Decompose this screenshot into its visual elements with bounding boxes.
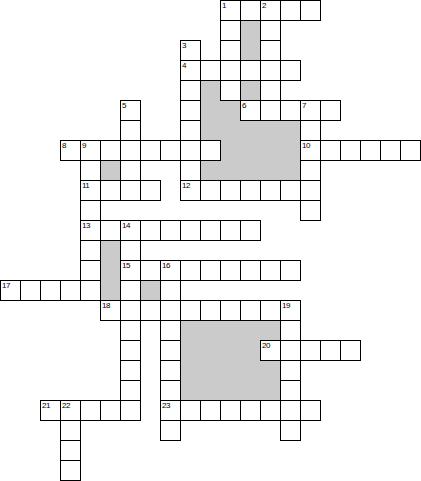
- cell-r11-c11[interactable]: [220, 220, 241, 241]
- cell-r5-c13[interactable]: [260, 100, 281, 121]
- cell-r14-c8[interactable]: [160, 280, 181, 301]
- blocked-cell-r8-c10: [200, 160, 221, 181]
- blocked-cell-r6-c13: [260, 120, 281, 141]
- cell-r13-c11[interactable]: [220, 260, 241, 281]
- cell-r7-c10[interactable]: [200, 140, 221, 161]
- cell-r13-c13[interactable]: [260, 260, 281, 281]
- clue-number-1: 1: [222, 1, 226, 10]
- cell-r14-c3[interactable]: [60, 280, 81, 301]
- cell-r13-c14[interactable]: [280, 260, 301, 281]
- cell-r9-c6[interactable]: [120, 180, 141, 201]
- cell-r3-c14[interactable]: [280, 60, 301, 81]
- cell-r0-c12[interactable]: [240, 0, 261, 21]
- cell-r18-c8[interactable]: [160, 360, 181, 381]
- cell-r13-c12[interactable]: [240, 260, 261, 281]
- blocked-cell-r19-c9: [180, 380, 201, 401]
- blocked-cell-r19-c11: [220, 380, 241, 401]
- cell-r3-c11[interactable]: [220, 60, 241, 81]
- cell-r4-c11[interactable]: [220, 80, 241, 101]
- clue-number-5: 5: [122, 101, 126, 110]
- blocked-cell-r18-c9: [180, 360, 201, 381]
- blocked-cell-r2-c12: [240, 40, 261, 61]
- cell-r9-c14[interactable]: [280, 180, 301, 201]
- clue-number-8: 8: [62, 141, 66, 150]
- cell-r15-c6[interactable]: [120, 300, 141, 321]
- cell-r18-c6[interactable]: [120, 360, 141, 381]
- clue-number-23: 23: [162, 401, 170, 410]
- clue-number-20: 20: [262, 341, 270, 350]
- cell-r7-c17[interactable]: [340, 140, 361, 161]
- cell-r13-c6[interactable]: 15: [120, 260, 141, 281]
- cell-r0-c14[interactable]: [280, 0, 301, 21]
- clue-number-22: 22: [62, 401, 70, 410]
- cell-r13-c7[interactable]: [140, 260, 161, 281]
- cell-r21-c8[interactable]: [160, 420, 181, 441]
- cell-r17-c14[interactable]: [280, 340, 301, 361]
- clue-number-13: 13: [82, 221, 90, 230]
- cell-r9-c9[interactable]: 12: [180, 180, 201, 201]
- blocked-cell-r7-c11: [220, 140, 241, 161]
- cell-r2-c13[interactable]: [260, 40, 281, 61]
- cell-r11-c10[interactable]: [200, 220, 221, 241]
- cell-r5-c14[interactable]: [280, 100, 301, 121]
- blocked-cell-r4-c10: [200, 80, 221, 101]
- cell-r9-c5[interactable]: [100, 180, 121, 201]
- cell-r7-c6[interactable]: [120, 140, 141, 161]
- cell-r20-c10[interactable]: [200, 400, 221, 421]
- cell-r3-c13[interactable]: [260, 60, 281, 81]
- blocked-cell-r17-c9: [180, 340, 201, 361]
- clue-number-4: 4: [182, 61, 186, 70]
- blocked-cell-r6-c10: [200, 120, 221, 141]
- cell-r9-c7[interactable]: [140, 180, 161, 201]
- cell-r15-c9[interactable]: [180, 300, 201, 321]
- cell-r8-c4[interactable]: [80, 160, 101, 181]
- cell-r15-c8[interactable]: [160, 300, 181, 321]
- clue-number-21: 21: [42, 401, 50, 410]
- cell-r1-c11[interactable]: [220, 20, 241, 41]
- blocked-cell-r4-c12: [240, 80, 261, 101]
- cell-r7-c15[interactable]: 10: [300, 140, 321, 161]
- blocked-cell-r14-c5: [100, 280, 121, 301]
- cell-r11-c12[interactable]: [240, 220, 261, 241]
- blocked-cell-r5-c10: [200, 100, 221, 121]
- cell-r17-c13[interactable]: 20: [260, 340, 281, 361]
- blocked-cell-r1-c12: [240, 20, 261, 41]
- blocked-cell-r12-c5: [100, 240, 121, 261]
- blocked-cell-r19-c12: [240, 380, 261, 401]
- cell-r5-c16[interactable]: [320, 100, 341, 121]
- blocked-cell-r7-c13: [260, 140, 281, 161]
- cell-r7-c20[interactable]: [400, 140, 421, 161]
- blocked-cell-r17-c12: [240, 340, 261, 361]
- cell-r11-c6[interactable]: 14: [120, 220, 141, 241]
- blocked-cell-r17-c11: [220, 340, 241, 361]
- blocked-cell-r18-c13: [260, 360, 281, 381]
- clue-number-12: 12: [182, 181, 190, 190]
- cell-r9-c12[interactable]: [240, 180, 261, 201]
- cell-r19-c8[interactable]: [160, 380, 181, 401]
- cell-r20-c6[interactable]: [120, 400, 141, 421]
- cell-r16-c6[interactable]: [120, 320, 141, 341]
- clue-number-17: 17: [2, 281, 10, 290]
- cell-r2-c11[interactable]: [220, 40, 241, 61]
- clue-number-14: 14: [122, 221, 130, 230]
- cell-r20-c11[interactable]: [220, 400, 241, 421]
- cell-r16-c8[interactable]: [160, 320, 181, 341]
- cell-r8-c15[interactable]: [300, 160, 321, 181]
- cell-r5-c6[interactable]: 5: [120, 100, 141, 121]
- cell-r19-c6[interactable]: [120, 380, 141, 401]
- cell-r10-c15[interactable]: [300, 200, 321, 221]
- cell-r3-c9[interactable]: 4: [180, 60, 201, 81]
- cell-r18-c14[interactable]: [280, 360, 301, 381]
- blocked-cell-r8-c14: [280, 160, 301, 181]
- cell-r17-c17[interactable]: [340, 340, 361, 361]
- clue-number-9: 9: [82, 141, 86, 150]
- cell-r15-c14[interactable]: 19: [280, 300, 301, 321]
- blocked-cell-r6-c12: [240, 120, 261, 141]
- cell-r5-c12[interactable]: 6: [240, 100, 261, 121]
- cell-r11-c5[interactable]: [100, 220, 121, 241]
- cell-r8-c9[interactable]: [180, 160, 201, 181]
- cell-r20-c8[interactable]: 23: [160, 400, 181, 421]
- cell-r14-c1[interactable]: [20, 280, 41, 301]
- cell-r9-c4[interactable]: 11: [80, 180, 101, 201]
- cell-r14-c2[interactable]: [40, 280, 61, 301]
- crossword-grid: 1234567891011121314151617181920212223: [0, 0, 421, 481]
- cell-r17-c6[interactable]: [120, 340, 141, 361]
- blocked-cell-r8-c11: [220, 160, 241, 181]
- cell-r12-c4[interactable]: [80, 240, 101, 261]
- blocked-cell-r19-c10: [200, 380, 221, 401]
- cell-r7-c4[interactable]: 9: [80, 140, 101, 161]
- blocked-cell-r7-c14: [280, 140, 301, 161]
- cell-r7-c3[interactable]: 8: [60, 140, 81, 161]
- cell-r20-c5[interactable]: [100, 400, 121, 421]
- blocked-cell-r8-c13: [260, 160, 281, 181]
- blocked-cell-r16-c9: [180, 320, 201, 341]
- clue-number-15: 15: [122, 261, 130, 270]
- cell-r20-c3[interactable]: 22: [60, 400, 81, 421]
- cell-r13-c4[interactable]: [80, 260, 101, 281]
- cell-r7-c16[interactable]: [320, 140, 341, 161]
- cell-r8-c6[interactable]: [120, 160, 141, 181]
- cell-r7-c19[interactable]: [380, 140, 401, 161]
- blocked-cell-r16-c13: [260, 320, 281, 341]
- cell-r5-c15[interactable]: 7: [300, 100, 321, 121]
- cell-r14-c4[interactable]: [80, 280, 101, 301]
- clue-number-3: 3: [182, 41, 186, 50]
- cell-r9-c15[interactable]: [300, 180, 321, 201]
- cell-r7-c7[interactable]: [140, 140, 161, 161]
- cell-r21-c14[interactable]: [280, 420, 301, 441]
- cell-r7-c9[interactable]: [180, 140, 201, 161]
- blocked-cell-r5-c11: [220, 100, 241, 121]
- cell-r20-c14[interactable]: [280, 400, 301, 421]
- blocked-cell-r16-c12: [240, 320, 261, 341]
- cell-r15-c11[interactable]: [220, 300, 241, 321]
- cell-r4-c9[interactable]: [180, 80, 201, 101]
- cell-r17-c16[interactable]: [320, 340, 341, 361]
- cell-r11-c8[interactable]: [160, 220, 181, 241]
- cell-r15-c7[interactable]: [140, 300, 161, 321]
- cell-r20-c4[interactable]: [80, 400, 101, 421]
- blocked-cell-r13-c5: [100, 260, 121, 281]
- cell-r9-c11[interactable]: [220, 180, 241, 201]
- cell-r2-c9[interactable]: 3: [180, 40, 201, 61]
- cell-r13-c10[interactable]: [200, 260, 221, 281]
- cell-r11-c9[interactable]: [180, 220, 201, 241]
- blocked-cell-r14-c7: [140, 280, 161, 301]
- clue-number-11: 11: [82, 181, 89, 190]
- clue-number-19: 19: [282, 301, 290, 310]
- cell-r11-c7[interactable]: [140, 220, 161, 241]
- cell-r22-c3[interactable]: [60, 440, 81, 461]
- cell-r7-c8[interactable]: [160, 140, 181, 161]
- cell-r9-c13[interactable]: [260, 180, 281, 201]
- cell-r5-c9[interactable]: [180, 100, 201, 121]
- clue-number-18: 18: [102, 301, 110, 310]
- cell-r11-c4[interactable]: 13: [80, 220, 101, 241]
- cell-r13-c9[interactable]: [180, 260, 201, 281]
- blocked-cell-r19-c13: [260, 380, 281, 401]
- cell-r9-c10[interactable]: [200, 180, 221, 201]
- clue-number-6: 6: [242, 101, 246, 110]
- cell-r7-c18[interactable]: [360, 140, 381, 161]
- cell-r21-c3[interactable]: [60, 420, 81, 441]
- cell-r19-c14[interactable]: [280, 380, 301, 401]
- cell-r3-c10[interactable]: [200, 60, 221, 81]
- cell-r17-c8[interactable]: [160, 340, 181, 361]
- cell-r6-c6[interactable]: [120, 120, 141, 141]
- cell-r0-c15[interactable]: [300, 0, 321, 21]
- cell-r20-c13[interactable]: [260, 400, 281, 421]
- cell-r15-c12[interactable]: [240, 300, 261, 321]
- cell-r0-c11[interactable]: 1: [220, 0, 241, 21]
- cell-r20-c2[interactable]: 21: [40, 400, 61, 421]
- blocked-cell-r18-c12: [240, 360, 261, 381]
- blocked-cell-r6-c14: [280, 120, 301, 141]
- cell-r20-c12[interactable]: [240, 400, 261, 421]
- cell-r15-c10[interactable]: [200, 300, 221, 321]
- blocked-cell-r8-c5: [100, 160, 121, 181]
- clue-number-2: 2: [262, 1, 266, 10]
- cell-r0-c13[interactable]: 2: [260, 0, 281, 21]
- blocked-cell-r17-c10: [200, 340, 221, 361]
- cell-r17-c15[interactable]: [300, 340, 321, 361]
- blocked-cell-r6-c11: [220, 120, 241, 141]
- cell-r14-c0[interactable]: 17: [0, 280, 21, 301]
- cell-r13-c8[interactable]: 16: [160, 260, 181, 281]
- cell-r6-c15[interactable]: [300, 120, 321, 141]
- cell-r3-c12[interactable]: [240, 60, 261, 81]
- cell-r16-c14[interactable]: [280, 320, 301, 341]
- cell-r6-c9[interactable]: [180, 120, 201, 141]
- cell-r20-c9[interactable]: [180, 400, 201, 421]
- cell-r14-c6[interactable]: [120, 280, 141, 301]
- cell-r15-c5[interactable]: 18: [100, 300, 121, 321]
- clue-number-16: 16: [162, 261, 170, 270]
- cell-r1-c13[interactable]: [260, 20, 281, 41]
- clue-number-10: 10: [302, 141, 310, 150]
- clue-number-7: 7: [302, 101, 306, 110]
- cell-r12-c6[interactable]: [120, 240, 141, 261]
- cell-r10-c4[interactable]: [80, 200, 101, 221]
- blocked-cell-r18-c11: [220, 360, 241, 381]
- blocked-cell-r7-c12: [240, 140, 261, 161]
- blocked-cell-r18-c10: [200, 360, 221, 381]
- cell-r15-c13[interactable]: [260, 300, 281, 321]
- blocked-cell-r8-c12: [240, 160, 261, 181]
- blocked-cell-r16-c11: [220, 320, 241, 341]
- blocked-cell-r16-c10: [200, 320, 221, 341]
- cell-r4-c13[interactable]: [260, 80, 281, 101]
- cell-r20-c15[interactable]: [300, 400, 321, 421]
- cell-r7-c5[interactable]: [100, 140, 121, 161]
- cell-r23-c3[interactable]: [60, 460, 81, 481]
